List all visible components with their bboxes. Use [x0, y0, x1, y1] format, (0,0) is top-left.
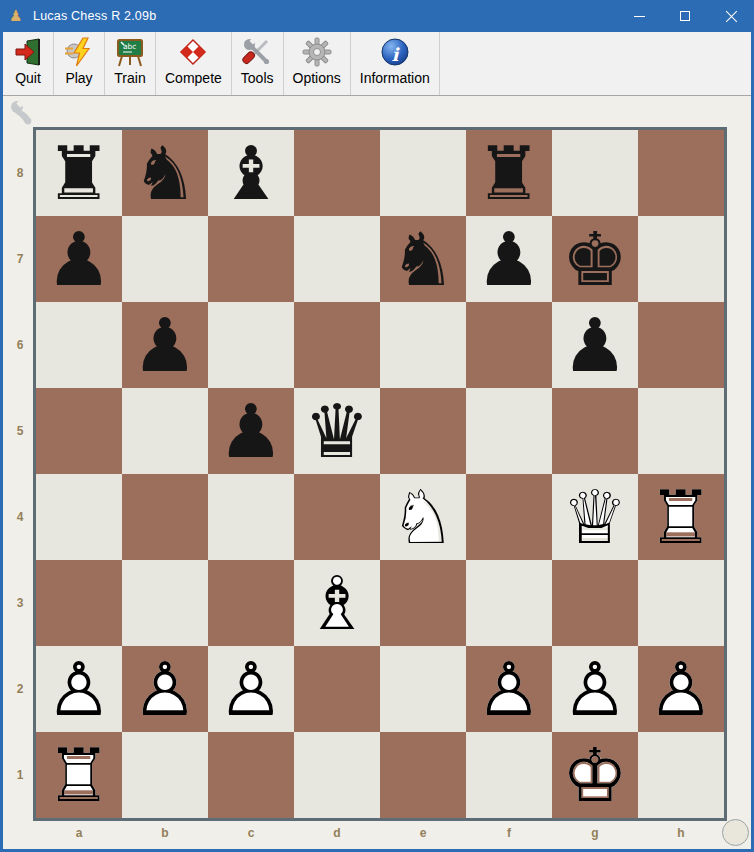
piece-white-pawn[interactable]: ♟♙ — [552, 646, 638, 732]
file-label-d: d — [294, 824, 380, 842]
square-b6[interactable]: ♟ — [122, 302, 208, 388]
piece-white-pawn[interactable]: ♟♙ — [208, 646, 294, 732]
square-h5[interactable] — [638, 388, 724, 474]
square-b2[interactable]: ♟♙ — [122, 646, 208, 732]
file-label-h: h — [638, 824, 724, 842]
square-c7[interactable] — [208, 216, 294, 302]
square-a1[interactable]: ♜♖ — [36, 732, 122, 818]
chalkboard-icon: abc — [114, 36, 146, 68]
square-f3[interactable] — [466, 560, 552, 646]
file-label-g: g — [552, 824, 638, 842]
piece-black-pawn[interactable]: ♟ — [122, 302, 208, 388]
toolbar-button-compete[interactable]: Compete — [156, 32, 232, 95]
content-area: ♜♞♝♜♟♞♟♚♟♟♟♛♞♘♛♕♜♖♝♗♟♙♟♙♟♙♟♙♟♙♟♙♜♖♚♔ 876… — [3, 96, 751, 849]
piece-white-pawn[interactable]: ♟♙ — [638, 646, 724, 732]
square-h7[interactable] — [638, 216, 724, 302]
info-circle-icon: i — [379, 36, 411, 68]
square-b7[interactable] — [122, 216, 208, 302]
square-b3[interactable] — [122, 560, 208, 646]
chess-board: ♜♞♝♜♟♞♟♚♟♟♟♛♞♘♛♕♜♖♝♗♟♙♟♙♟♙♟♙♟♙♟♙♜♖♚♔ — [36, 130, 724, 818]
square-f1[interactable] — [466, 732, 552, 818]
piece-black-rook[interactable]: ♜ — [466, 130, 552, 216]
square-c3[interactable] — [208, 560, 294, 646]
square-d7[interactable] — [294, 216, 380, 302]
pawn-icon: ♟ — [9, 8, 25, 24]
square-e3[interactable] — [380, 560, 466, 646]
piece-white-rook[interactable]: ♜♖ — [36, 732, 122, 818]
square-e4[interactable]: ♞♘ — [380, 474, 466, 560]
square-b1[interactable] — [122, 732, 208, 818]
rank-label-1: 1 — [9, 732, 31, 818]
square-e2[interactable] — [380, 646, 466, 732]
square-e5[interactable] — [380, 388, 466, 474]
maximize-icon — [680, 11, 690, 21]
square-f6[interactable] — [466, 302, 552, 388]
toolbar-label-compete: Compete — [165, 70, 222, 86]
square-g8[interactable] — [552, 130, 638, 216]
square-h4[interactable]: ♜♖ — [638, 474, 724, 560]
power-bolt-icon — [63, 36, 95, 68]
wrench-screwdriver-icon — [241, 36, 273, 68]
rank-label-3: 3 — [9, 560, 31, 646]
square-g5[interactable] — [552, 388, 638, 474]
square-a2[interactable]: ♟♙ — [36, 646, 122, 732]
toolbar-label-options: Options — [293, 70, 341, 86]
piece-white-rook[interactable]: ♜♖ — [638, 474, 724, 560]
minimize-icon — [634, 16, 645, 17]
toolbar-label-quit: Quit — [15, 70, 41, 86]
rank-label-5: 5 — [9, 388, 31, 474]
file-labels: abcdefgh — [36, 824, 724, 842]
square-f5[interactable] — [466, 388, 552, 474]
piece-black-pawn[interactable]: ♟ — [552, 302, 638, 388]
square-g7[interactable]: ♚ — [552, 216, 638, 302]
rank-labels: 87654321 — [9, 130, 31, 818]
square-a5[interactable] — [36, 388, 122, 474]
piece-black-rook[interactable]: ♜ — [36, 130, 122, 216]
square-f4[interactable] — [466, 474, 552, 560]
toolbar-button-information[interactable]: i Information — [351, 32, 440, 95]
toolbar-button-quit[interactable]: Quit — [3, 32, 54, 95]
square-h2[interactable]: ♟♙ — [638, 646, 724, 732]
square-h1[interactable] — [638, 732, 724, 818]
rank-label-7: 7 — [9, 216, 31, 302]
toolbar-button-play[interactable]: Play — [54, 32, 105, 95]
minimize-button[interactable] — [616, 0, 662, 32]
rank-label-8: 8 — [9, 130, 31, 216]
window-title: Lucas Chess R 2.09b — [33, 9, 156, 23]
square-c4[interactable] — [208, 474, 294, 560]
square-c8[interactable]: ♝ — [208, 130, 294, 216]
toolbar-label-tools: Tools — [241, 70, 274, 86]
square-d2[interactable] — [294, 646, 380, 732]
square-g4[interactable]: ♛♕ — [552, 474, 638, 560]
rank-label-2: 2 — [9, 646, 31, 732]
square-c1[interactable] — [208, 732, 294, 818]
square-a4[interactable] — [36, 474, 122, 560]
window-controls — [616, 0, 754, 32]
piece-white-queen[interactable]: ♛♕ — [552, 474, 638, 560]
square-h8[interactable] — [638, 130, 724, 216]
toolbar-label-play: Play — [65, 70, 92, 86]
gear-icon — [301, 36, 333, 68]
square-f7[interactable]: ♟ — [466, 216, 552, 302]
square-g2[interactable]: ♟♙ — [552, 646, 638, 732]
toolbar-label-information: Information — [360, 70, 430, 86]
square-a8[interactable]: ♜ — [36, 130, 122, 216]
piece-white-knight[interactable]: ♞♘ — [380, 474, 466, 560]
square-d6[interactable] — [294, 302, 380, 388]
square-b4[interactable] — [122, 474, 208, 560]
titlebar: ♟ Lucas Chess R 2.09b — [0, 0, 754, 32]
toolbar-button-tools[interactable]: Tools — [232, 32, 284, 95]
turn-indicator — [722, 819, 749, 846]
checkered-flag-icon — [177, 36, 209, 68]
square-e6[interactable] — [380, 302, 466, 388]
square-c5[interactable]: ♟ — [208, 388, 294, 474]
svg-text:abc: abc — [123, 42, 136, 51]
piece-black-bishop[interactable]: ♝ — [208, 130, 294, 216]
piece-white-king[interactable]: ♚♔ — [552, 732, 638, 818]
square-h3[interactable] — [638, 560, 724, 646]
square-c2[interactable]: ♟♙ — [208, 646, 294, 732]
board-frame: ♜♞♝♜♟♞♟♚♟♟♟♛♞♘♛♕♜♖♝♗♟♙♟♙♟♙♟♙♟♙♟♙♜♖♚♔ — [33, 127, 727, 821]
exit-door-icon — [12, 36, 44, 68]
square-a3[interactable] — [36, 560, 122, 646]
piece-black-queen[interactable]: ♛ — [294, 388, 380, 474]
piece-black-pawn[interactable]: ♟ — [36, 216, 122, 302]
piece-black-pawn[interactable]: ♟ — [466, 216, 552, 302]
file-label-b: b — [122, 824, 208, 842]
square-d8[interactable] — [294, 130, 380, 216]
toolbar: Quit Play abc — [3, 32, 751, 96]
piece-white-pawn[interactable]: ♟♙ — [466, 646, 552, 732]
square-g1[interactable]: ♚♔ — [552, 732, 638, 818]
square-g6[interactable]: ♟ — [552, 302, 638, 388]
square-d5[interactable]: ♛ — [294, 388, 380, 474]
board-config-wrench-icon[interactable] — [9, 100, 37, 126]
toolbar-button-train[interactable]: abc Train — [105, 32, 156, 95]
piece-black-knight[interactable]: ♞ — [380, 216, 466, 302]
piece-black-king[interactable]: ♚ — [552, 216, 638, 302]
square-a6[interactable] — [36, 302, 122, 388]
square-f2[interactable]: ♟♙ — [466, 646, 552, 732]
piece-white-bishop[interactable]: ♝♗ — [294, 560, 380, 646]
close-icon — [725, 10, 738, 23]
square-b8[interactable]: ♞ — [122, 130, 208, 216]
rank-label-4: 4 — [9, 474, 31, 560]
square-e7[interactable]: ♞ — [380, 216, 466, 302]
toolbar-button-options[interactable]: Options — [284, 32, 351, 95]
square-d4[interactable] — [294, 474, 380, 560]
piece-white-pawn[interactable]: ♟♙ — [122, 646, 208, 732]
square-a7[interactable]: ♟ — [36, 216, 122, 302]
toolbar-label-train: Train — [114, 70, 145, 86]
square-c6[interactable] — [208, 302, 294, 388]
piece-white-pawn[interactable]: ♟♙ — [36, 646, 122, 732]
app-window: ♟ Lucas Chess R 2.09b Quit — [0, 0, 754, 852]
square-e8[interactable] — [380, 130, 466, 216]
square-d1[interactable] — [294, 732, 380, 818]
rank-label-6: 6 — [9, 302, 31, 388]
file-label-a: a — [36, 824, 122, 842]
square-h6[interactable] — [638, 302, 724, 388]
file-label-f: f — [466, 824, 552, 842]
piece-black-knight[interactable]: ♞ — [122, 130, 208, 216]
square-e1[interactable] — [380, 732, 466, 818]
square-f8[interactable]: ♜ — [466, 130, 552, 216]
square-g3[interactable] — [552, 560, 638, 646]
file-label-e: e — [380, 824, 466, 842]
square-b5[interactable] — [122, 388, 208, 474]
close-button[interactable] — [708, 0, 754, 32]
file-label-c: c — [208, 824, 294, 842]
square-d3[interactable]: ♝♗ — [294, 560, 380, 646]
piece-black-pawn[interactable]: ♟ — [208, 388, 294, 474]
maximize-button[interactable] — [662, 0, 708, 32]
